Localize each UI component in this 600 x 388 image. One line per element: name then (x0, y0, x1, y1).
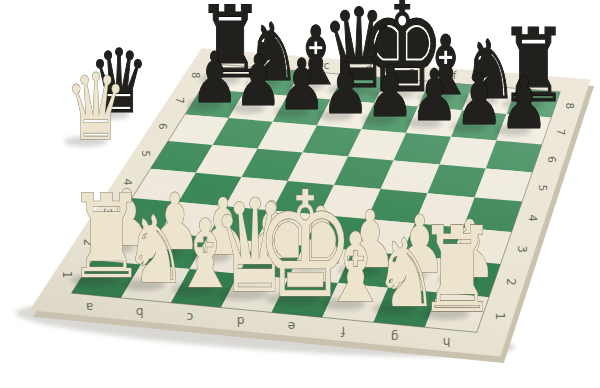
rank-label-5-left: 5 (139, 150, 152, 157)
rank-label-5-right: 5 (536, 185, 549, 192)
file-label-b-front: b (136, 305, 144, 319)
rank-label-4-right: 4 (526, 214, 539, 221)
black-pawn[interactable]: ♟ (500, 61, 549, 144)
file-label-c-front: c (187, 310, 194, 324)
black-pawn[interactable]: ♟ (366, 51, 414, 133)
chess-set-photo: aabbccddeeffgghh1122334455667788♛♛♜♞♝♛♚♝… (0, 0, 600, 388)
file-label-g-front: g (391, 330, 399, 344)
black-pawn[interactable]: ♟ (191, 38, 238, 119)
black-pawn[interactable]: ♟ (234, 40, 282, 122)
white-rook[interactable]: ♜ (417, 201, 498, 338)
rank-label-7-left: 7 (174, 97, 186, 104)
rank-label-6-left: 6 (157, 123, 169, 130)
rank-label-6-right: 6 (545, 156, 558, 163)
rank-label-3-right: 3 (515, 246, 529, 253)
rank-label-2-right: 2 (504, 278, 518, 286)
black-pawn[interactable]: ♟ (455, 57, 503, 140)
black-pawn[interactable]: ♟ (322, 47, 370, 129)
white-queen[interactable]: ♛ (65, 54, 127, 160)
black-pawn[interactable]: ♟ (278, 44, 326, 126)
chess-photo-stage: aabbccddeeffgghh1122334455667788♛♛♜♞♝♛♚♝… (0, 0, 600, 388)
black-pawn[interactable]: ♟ (410, 55, 458, 137)
rank-label-7-right: 7 (555, 129, 567, 136)
